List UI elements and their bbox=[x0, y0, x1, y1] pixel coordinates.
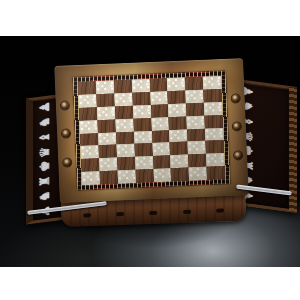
square-b3[interactable] bbox=[98, 145, 116, 159]
square-e1[interactable] bbox=[153, 168, 171, 182]
square-c8[interactable] bbox=[114, 80, 132, 94]
square-a1[interactable] bbox=[82, 171, 100, 185]
square-h3[interactable] bbox=[206, 140, 224, 154]
board-squares bbox=[78, 76, 225, 185]
rosette-inlay-icon bbox=[61, 101, 69, 109]
white-band-bottom bbox=[0, 267, 300, 300]
square-h4[interactable] bbox=[205, 128, 223, 142]
square-g5[interactable] bbox=[187, 115, 205, 129]
square-g3[interactable] bbox=[188, 141, 206, 155]
square-f7[interactable] bbox=[168, 90, 186, 104]
square-h2[interactable] bbox=[206, 153, 224, 167]
product-photo: ♟♞♝♛♚♜♞♟ ♟♞♝♛♚♜♞♟ bbox=[0, 0, 300, 300]
square-g8[interactable] bbox=[185, 77, 203, 91]
square-c5[interactable] bbox=[115, 118, 133, 132]
rosette-inlay-icon bbox=[233, 123, 241, 131]
square-f8[interactable] bbox=[167, 78, 185, 92]
square-a3[interactable] bbox=[81, 146, 99, 160]
square-b5[interactable] bbox=[97, 119, 115, 133]
rosette-inlay-icon bbox=[62, 130, 70, 138]
square-g1[interactable] bbox=[189, 167, 207, 181]
square-h7[interactable] bbox=[203, 89, 221, 103]
mosaic-border bbox=[73, 71, 231, 190]
square-h6[interactable] bbox=[204, 102, 222, 116]
square-a4[interactable] bbox=[80, 133, 98, 147]
square-b1[interactable] bbox=[100, 171, 118, 185]
square-h8[interactable] bbox=[203, 76, 221, 90]
square-e5[interactable] bbox=[151, 117, 169, 131]
stored-piece[interactable]: ♞ bbox=[39, 190, 51, 203]
square-e7[interactable] bbox=[150, 91, 168, 105]
stored-piece[interactable]: ♝ bbox=[39, 130, 51, 143]
square-c2[interactable] bbox=[117, 157, 135, 171]
square-d3[interactable] bbox=[134, 143, 152, 157]
square-d7[interactable] bbox=[132, 92, 150, 106]
square-f3[interactable] bbox=[170, 142, 188, 156]
square-e6[interactable] bbox=[150, 104, 168, 118]
square-d2[interactable] bbox=[135, 156, 153, 170]
square-f5[interactable] bbox=[169, 116, 187, 130]
stored-piece[interactable]: ♞ bbox=[39, 115, 51, 128]
square-c7[interactable] bbox=[114, 93, 132, 107]
square-a6[interactable] bbox=[79, 107, 97, 121]
square-h5[interactable] bbox=[205, 115, 223, 129]
stored-piece[interactable]: ♚ bbox=[39, 160, 51, 173]
rosette-inlay-icon bbox=[234, 151, 242, 159]
square-g4[interactable] bbox=[187, 128, 205, 142]
square-e3[interactable] bbox=[152, 143, 170, 157]
photo-area: ♟♞♝♛♚♜♞♟ ♟♞♝♛♚♜♞♟ bbox=[0, 36, 300, 267]
square-e8[interactable] bbox=[149, 78, 167, 92]
square-c3[interactable] bbox=[116, 144, 134, 158]
square-h1[interactable] bbox=[207, 166, 225, 180]
square-g7[interactable] bbox=[186, 90, 204, 104]
square-f1[interactable] bbox=[171, 168, 189, 182]
square-f6[interactable] bbox=[168, 103, 186, 117]
square-e4[interactable] bbox=[152, 130, 170, 144]
white-band-top bbox=[0, 0, 300, 36]
rosette-inlay-icon bbox=[63, 159, 71, 167]
square-b7[interactable] bbox=[96, 93, 114, 107]
square-a5[interactable] bbox=[80, 120, 98, 134]
square-b8[interactable] bbox=[96, 81, 114, 95]
square-b4[interactable] bbox=[98, 132, 116, 146]
square-d6[interactable] bbox=[133, 105, 151, 119]
square-c1[interactable] bbox=[117, 170, 135, 184]
square-g6[interactable] bbox=[186, 103, 204, 117]
square-d8[interactable] bbox=[131, 79, 149, 93]
stored-piece[interactable]: ♟ bbox=[39, 100, 51, 113]
rosette-inlay-icon bbox=[232, 94, 240, 102]
square-g2[interactable] bbox=[188, 154, 206, 168]
square-c6[interactable] bbox=[115, 106, 133, 120]
square-f2[interactable] bbox=[170, 155, 188, 169]
square-e2[interactable] bbox=[153, 155, 171, 169]
square-f4[interactable] bbox=[169, 129, 187, 143]
stored-piece[interactable]: ♛ bbox=[39, 145, 51, 158]
square-c4[interactable] bbox=[116, 131, 134, 145]
square-b2[interactable] bbox=[99, 158, 117, 172]
square-d4[interactable] bbox=[134, 131, 152, 145]
square-d1[interactable] bbox=[135, 169, 153, 183]
square-b6[interactable] bbox=[97, 106, 115, 120]
square-a2[interactable] bbox=[81, 158, 99, 172]
square-d5[interactable] bbox=[133, 118, 151, 132]
square-a8[interactable] bbox=[78, 81, 96, 95]
square-a7[interactable] bbox=[78, 94, 96, 108]
stored-piece[interactable]: ♜ bbox=[39, 175, 51, 188]
apron-notches bbox=[83, 209, 224, 219]
chess-board bbox=[54, 58, 249, 203]
